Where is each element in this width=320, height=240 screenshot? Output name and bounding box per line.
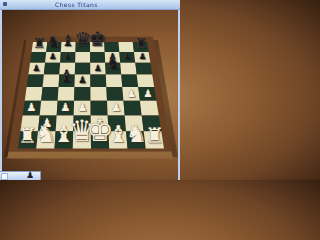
piece-black-pawn[interactable]: ♟ (123, 52, 132, 61)
piece-white-pawn[interactable]: ♟ (76, 102, 87, 113)
pawn-icon: ♟ (26, 170, 34, 180)
window-icon (3, 2, 7, 6)
piece-white-pawn[interactable]: ♟ (110, 102, 121, 113)
piece-black-rook[interactable]: ♜ (32, 36, 46, 50)
piece-black-knight[interactable]: ♞ (46, 34, 62, 50)
piece-white-pawn[interactable]: ♟ (26, 102, 37, 113)
left-window-edge (0, 9, 2, 180)
right-window-edge (178, 9, 180, 180)
taskbar-tile[interactable] (1, 173, 8, 180)
piece-black-pawn[interactable]: ♟ (93, 64, 102, 73)
piece-black-pawn[interactable]: ♟ (78, 75, 88, 85)
piece-black-knight[interactable]: ♞ (105, 56, 122, 73)
chess-board[interactable]: ♜♞♝♛♚♜♟♟♟♟♟♟♟♞♝♟♟♟♟♟♟♟♟♟♜♞♝♛♚♝♞♜ (0, 0, 180, 180)
table-surface: ♜♞♝♛♚♜♟♟♟♟♟♟♟♞♝♟♟♟♟♟♟♟♟♟♜♞♝♛♚♝♞♜ (0, 0, 180, 180)
piece-black-bishop[interactable]: ♝ (58, 68, 75, 85)
window-title: Chess Titans (55, 0, 98, 9)
window-titlebar[interactable]: Chess Titans (0, 0, 180, 10)
piece-black-pawn[interactable]: ♟ (48, 52, 57, 61)
piece-white-rook[interactable]: ♜ (144, 125, 166, 147)
piece-black-king[interactable]: ♚ (87, 30, 107, 50)
piece-white-pawn[interactable]: ♟ (60, 102, 71, 113)
piece-black-rook[interactable]: ♜ (134, 36, 148, 50)
piece-white-pawn[interactable]: ♟ (126, 88, 137, 99)
piece-black-pawn[interactable]: ♟ (138, 52, 147, 61)
piece-black-pawn[interactable]: ♟ (63, 52, 72, 61)
piece-black-pawn[interactable]: ♟ (32, 64, 41, 73)
piece-white-pawn[interactable]: ♟ (143, 88, 154, 99)
